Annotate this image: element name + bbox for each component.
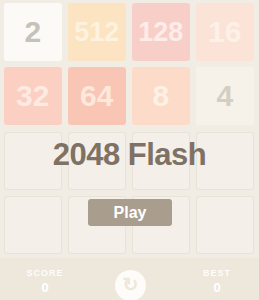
board-cell: 8 <box>132 67 190 125</box>
board-cell <box>196 196 254 254</box>
restart-icon: ↻ <box>123 273 139 296</box>
best-label: BEST <box>186 268 248 278</box>
page-title: 2048 Flash <box>0 137 259 173</box>
board-cell: 4 <box>196 67 254 125</box>
board-cell: 2 <box>4 3 62 61</box>
board-cell: 32 <box>4 67 62 125</box>
best-value: 0 <box>186 280 248 295</box>
board-cell: 16 <box>196 3 254 61</box>
board-cell: 512 <box>68 3 126 61</box>
board-cell: 128 <box>132 3 190 61</box>
best-panel: BEST 0 <box>186 268 248 295</box>
restart-button[interactable]: ↻ <box>115 270 146 300</box>
play-button[interactable]: Play <box>88 199 172 226</box>
board-cell: 64 <box>68 67 126 125</box>
board-cell <box>4 196 62 254</box>
score-value: 0 <box>14 280 76 295</box>
score-label: SCORE <box>14 268 76 278</box>
score-panel: SCORE 0 <box>14 268 76 295</box>
stage: 2 512 128 16 32 64 8 4 2048 Flash Play S… <box>0 0 259 300</box>
footer-bar: SCORE 0 ↻ BEST 0 <box>0 258 259 300</box>
